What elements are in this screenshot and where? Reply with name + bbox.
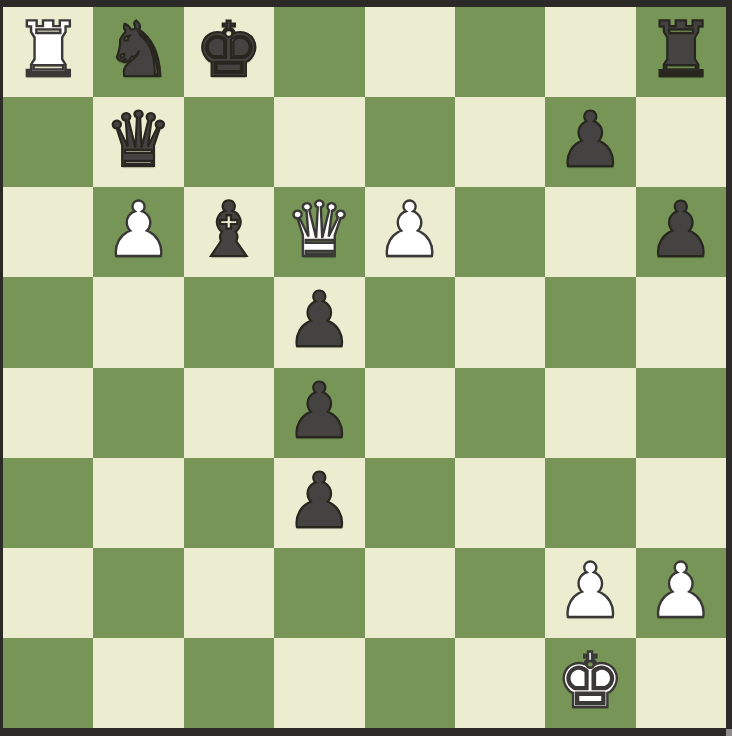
piece-white-pawn[interactable]: ♟	[556, 553, 624, 629]
square-h8[interactable]: ♜	[636, 7, 726, 97]
piece-white-queen[interactable]: ♛	[285, 192, 353, 268]
square-c7[interactable]	[184, 97, 274, 187]
square-a2[interactable]	[3, 548, 93, 638]
square-f1[interactable]	[455, 638, 545, 728]
square-e6[interactable]: ♟	[365, 187, 455, 277]
square-b8[interactable]: ♞	[93, 7, 183, 97]
square-b7[interactable]: ♛	[93, 97, 183, 187]
square-a4[interactable]	[3, 368, 93, 458]
square-c1[interactable]	[184, 638, 274, 728]
square-f2[interactable]	[455, 548, 545, 638]
square-c5[interactable]	[184, 277, 274, 367]
square-d4[interactable]: ♟	[274, 368, 364, 458]
square-d6[interactable]: ♛	[274, 187, 364, 277]
square-c6[interactable]: ♝	[184, 187, 274, 277]
square-c8[interactable]: ♚	[184, 7, 274, 97]
square-a6[interactable]	[3, 187, 93, 277]
square-h1[interactable]	[636, 638, 726, 728]
square-b2[interactable]	[93, 548, 183, 638]
piece-black-pawn[interactable]: ♟	[285, 463, 353, 539]
square-g5[interactable]	[545, 277, 635, 367]
square-h5[interactable]	[636, 277, 726, 367]
piece-white-pawn[interactable]: ♟	[376, 192, 444, 268]
chess-app-window: ♜♞♚♜♛♟♟♝♛♟♟♟♟♟♟♟♚	[0, 0, 732, 736]
square-f7[interactable]	[455, 97, 545, 187]
square-g6[interactable]	[545, 187, 635, 277]
square-d7[interactable]	[274, 97, 364, 187]
square-f8[interactable]	[455, 7, 545, 97]
square-a8[interactable]: ♜	[3, 7, 93, 97]
square-d5[interactable]: ♟	[274, 277, 364, 367]
square-d1[interactable]	[274, 638, 364, 728]
square-b5[interactable]	[93, 277, 183, 367]
square-e7[interactable]	[365, 97, 455, 187]
square-h3[interactable]	[636, 458, 726, 548]
square-f6[interactable]	[455, 187, 545, 277]
piece-black-king[interactable]: ♚	[195, 12, 263, 88]
piece-black-pawn[interactable]: ♟	[647, 192, 715, 268]
square-h7[interactable]	[636, 97, 726, 187]
chess-board: ♜♞♚♜♛♟♟♝♛♟♟♟♟♟♟♟♚	[3, 7, 726, 728]
piece-black-bishop[interactable]: ♝	[195, 192, 263, 268]
piece-black-queen[interactable]: ♛	[104, 102, 172, 178]
square-c2[interactable]	[184, 548, 274, 638]
square-d8[interactable]	[274, 7, 364, 97]
square-b4[interactable]	[93, 368, 183, 458]
square-g3[interactable]	[545, 458, 635, 548]
square-g1[interactable]: ♚	[545, 638, 635, 728]
square-g4[interactable]	[545, 368, 635, 458]
square-e2[interactable]	[365, 548, 455, 638]
square-a7[interactable]	[3, 97, 93, 187]
piece-white-rook[interactable]: ♜	[14, 12, 82, 88]
piece-black-pawn[interactable]: ♟	[285, 373, 353, 449]
piece-white-pawn[interactable]: ♟	[647, 553, 715, 629]
square-d3[interactable]: ♟	[274, 458, 364, 548]
square-c3[interactable]	[184, 458, 274, 548]
square-a3[interactable]	[3, 458, 93, 548]
square-a1[interactable]	[3, 638, 93, 728]
square-b6[interactable]: ♟	[93, 187, 183, 277]
piece-white-king[interactable]: ♚	[556, 643, 624, 719]
square-f4[interactable]	[455, 368, 545, 458]
piece-white-pawn[interactable]: ♟	[104, 192, 172, 268]
square-g7[interactable]: ♟	[545, 97, 635, 187]
resize-corner-handle	[726, 729, 732, 736]
square-h4[interactable]	[636, 368, 726, 458]
square-e3[interactable]	[365, 458, 455, 548]
square-g8[interactable]	[545, 7, 635, 97]
square-a5[interactable]	[3, 277, 93, 367]
square-c4[interactable]	[184, 368, 274, 458]
square-b1[interactable]	[93, 638, 183, 728]
piece-black-rook[interactable]: ♜	[647, 12, 715, 88]
piece-black-pawn[interactable]: ♟	[556, 102, 624, 178]
square-e5[interactable]	[365, 277, 455, 367]
piece-black-pawn[interactable]: ♟	[285, 282, 353, 358]
square-b3[interactable]	[93, 458, 183, 548]
square-h2[interactable]: ♟	[636, 548, 726, 638]
square-f3[interactable]	[455, 458, 545, 548]
square-e8[interactable]	[365, 7, 455, 97]
square-f5[interactable]	[455, 277, 545, 367]
square-d2[interactable]	[274, 548, 364, 638]
piece-black-knight[interactable]: ♞	[104, 12, 172, 88]
square-e1[interactable]	[365, 638, 455, 728]
square-g2[interactable]: ♟	[545, 548, 635, 638]
square-h6[interactable]: ♟	[636, 187, 726, 277]
square-e4[interactable]	[365, 368, 455, 458]
